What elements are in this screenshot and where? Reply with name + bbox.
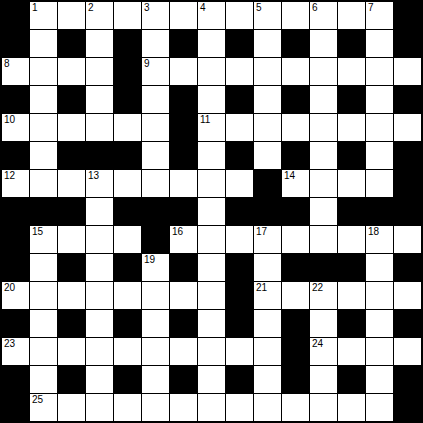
cell-3-6 bbox=[170, 86, 198, 114]
cell-10-12[interactable] bbox=[338, 282, 366, 310]
cell-5-11[interactable] bbox=[310, 142, 338, 170]
cell-14-11[interactable] bbox=[310, 394, 338, 422]
cell-13-3[interactable] bbox=[86, 366, 114, 394]
cell-2-3[interactable] bbox=[86, 58, 114, 86]
cell-2-6[interactable] bbox=[170, 58, 198, 86]
cell-13-12 bbox=[338, 366, 366, 394]
cell-9-1[interactable] bbox=[30, 254, 58, 282]
cell-8-1[interactable]: 15 bbox=[30, 226, 58, 254]
cell-0-11[interactable]: 6 bbox=[310, 2, 338, 30]
cell-7-14 bbox=[394, 198, 422, 226]
cell-4-2[interactable] bbox=[58, 114, 86, 142]
cell-5-1[interactable] bbox=[30, 142, 58, 170]
cell-10-8 bbox=[226, 282, 254, 310]
cell-9-14 bbox=[394, 254, 422, 282]
cell-4-11[interactable] bbox=[310, 114, 338, 142]
clue-number: 25 bbox=[32, 394, 43, 405]
cell-4-0[interactable]: 10 bbox=[2, 114, 30, 142]
cell-8-12[interactable] bbox=[338, 226, 366, 254]
clue-number: 10 bbox=[4, 114, 15, 125]
cell-10-13[interactable] bbox=[366, 282, 394, 310]
cell-6-8[interactable] bbox=[226, 170, 254, 198]
cell-9-10 bbox=[282, 254, 310, 282]
clue-number: 22 bbox=[312, 282, 323, 293]
cell-14-14 bbox=[394, 394, 422, 422]
clue-number: 6 bbox=[312, 2, 318, 13]
cell-4-10[interactable] bbox=[282, 114, 310, 142]
cell-5-5[interactable] bbox=[142, 142, 170, 170]
cell-4-4[interactable] bbox=[114, 114, 142, 142]
clue-number: 21 bbox=[256, 282, 267, 293]
cell-2-12[interactable] bbox=[338, 58, 366, 86]
cell-11-13[interactable] bbox=[366, 310, 394, 338]
cell-14-7[interactable] bbox=[198, 394, 226, 422]
cell-0-10[interactable] bbox=[282, 2, 310, 30]
cell-9-9[interactable] bbox=[254, 254, 282, 282]
cell-13-10 bbox=[282, 366, 310, 394]
cell-7-2 bbox=[58, 198, 86, 226]
clue-number: 12 bbox=[4, 170, 15, 181]
cell-10-11[interactable]: 22 bbox=[310, 282, 338, 310]
cell-1-11[interactable] bbox=[310, 30, 338, 58]
cell-2-8[interactable] bbox=[226, 58, 254, 86]
cell-13-4 bbox=[114, 366, 142, 394]
cell-5-2 bbox=[58, 142, 86, 170]
cell-9-11 bbox=[310, 254, 338, 282]
cell-7-7[interactable] bbox=[198, 198, 226, 226]
clue-number: 24 bbox=[312, 338, 323, 349]
cell-13-7[interactable] bbox=[198, 366, 226, 394]
cell-12-2[interactable] bbox=[58, 338, 86, 366]
cell-6-9 bbox=[254, 170, 282, 198]
cell-5-9[interactable] bbox=[254, 142, 282, 170]
cell-4-3[interactable] bbox=[86, 114, 114, 142]
cell-2-2[interactable] bbox=[58, 58, 86, 86]
cell-1-3[interactable] bbox=[86, 30, 114, 58]
cell-2-1[interactable] bbox=[30, 58, 58, 86]
cell-3-13[interactable] bbox=[366, 86, 394, 114]
cell-1-4 bbox=[114, 30, 142, 58]
cell-14-1[interactable]: 25 bbox=[30, 394, 58, 422]
cell-0-13[interactable]: 7 bbox=[366, 2, 394, 30]
cell-11-8 bbox=[226, 310, 254, 338]
cell-3-2 bbox=[58, 86, 86, 114]
cell-2-10[interactable] bbox=[282, 58, 310, 86]
cell-14-2[interactable] bbox=[58, 394, 86, 422]
cell-6-11[interactable] bbox=[310, 170, 338, 198]
cell-10-2[interactable] bbox=[58, 282, 86, 310]
cell-6-3[interactable]: 13 bbox=[86, 170, 114, 198]
cell-2-0[interactable]: 8 bbox=[2, 58, 30, 86]
cell-3-5[interactable] bbox=[142, 86, 170, 114]
cell-0-14 bbox=[394, 2, 422, 30]
cell-14-6[interactable] bbox=[170, 394, 198, 422]
cell-8-5 bbox=[142, 226, 170, 254]
cell-14-0 bbox=[2, 394, 30, 422]
cell-3-14 bbox=[394, 86, 422, 114]
cell-8-14[interactable] bbox=[394, 226, 422, 254]
cell-7-4 bbox=[114, 198, 142, 226]
cell-4-14[interactable] bbox=[394, 114, 422, 142]
cell-12-1[interactable] bbox=[30, 338, 58, 366]
cell-11-0 bbox=[2, 310, 30, 338]
cell-0-7[interactable]: 4 bbox=[198, 2, 226, 30]
cell-14-4[interactable] bbox=[114, 394, 142, 422]
cell-11-14 bbox=[394, 310, 422, 338]
cell-10-9[interactable]: 21 bbox=[254, 282, 282, 310]
cell-5-13[interactable] bbox=[366, 142, 394, 170]
cell-8-4[interactable] bbox=[114, 226, 142, 254]
cell-11-11[interactable] bbox=[310, 310, 338, 338]
cell-1-7[interactable] bbox=[198, 30, 226, 58]
clue-number: 1 bbox=[32, 2, 38, 13]
cell-14-10[interactable] bbox=[282, 394, 310, 422]
cell-4-6 bbox=[170, 114, 198, 142]
clue-number: 20 bbox=[4, 282, 15, 293]
cell-0-8[interactable] bbox=[226, 2, 254, 30]
cell-7-12 bbox=[338, 198, 366, 226]
cell-3-11[interactable] bbox=[310, 86, 338, 114]
clue-number: 16 bbox=[172, 226, 183, 237]
cell-4-5[interactable] bbox=[142, 114, 170, 142]
cell-7-9 bbox=[254, 198, 282, 226]
cell-12-13[interactable] bbox=[366, 338, 394, 366]
cell-1-5[interactable] bbox=[142, 30, 170, 58]
clue-number: 17 bbox=[256, 226, 267, 237]
cell-11-3[interactable] bbox=[86, 310, 114, 338]
cell-7-3[interactable] bbox=[86, 198, 114, 226]
cell-14-3[interactable] bbox=[86, 394, 114, 422]
cell-12-5[interactable] bbox=[142, 338, 170, 366]
cell-0-1[interactable]: 1 bbox=[30, 2, 58, 30]
clue-number: 7 bbox=[368, 2, 374, 13]
crossword-puzzle: 1234567891011121314151617181920212223242… bbox=[0, 0, 423, 423]
clue-number: 18 bbox=[368, 226, 379, 237]
cell-6-6[interactable] bbox=[170, 170, 198, 198]
cell-6-13[interactable] bbox=[366, 170, 394, 198]
cell-13-6 bbox=[170, 366, 198, 394]
cell-11-6 bbox=[170, 310, 198, 338]
cell-8-11[interactable] bbox=[310, 226, 338, 254]
cell-11-10 bbox=[282, 310, 310, 338]
cell-10-1[interactable] bbox=[30, 282, 58, 310]
cell-3-1[interactable] bbox=[30, 86, 58, 114]
cell-0-3[interactable]: 2 bbox=[86, 2, 114, 30]
cell-8-7[interactable] bbox=[198, 226, 226, 254]
cell-6-0[interactable]: 12 bbox=[2, 170, 30, 198]
cell-4-13[interactable] bbox=[366, 114, 394, 142]
cell-0-4[interactable] bbox=[114, 2, 142, 30]
cell-8-8[interactable] bbox=[226, 226, 254, 254]
cell-12-12[interactable] bbox=[338, 338, 366, 366]
cell-1-13[interactable] bbox=[366, 30, 394, 58]
cell-1-10 bbox=[282, 30, 310, 58]
cell-12-9[interactable] bbox=[254, 338, 282, 366]
cell-8-9[interactable]: 17 bbox=[254, 226, 282, 254]
cell-3-4 bbox=[114, 86, 142, 114]
clue-number: 19 bbox=[144, 254, 155, 265]
cell-12-4[interactable] bbox=[114, 338, 142, 366]
cell-11-1[interactable] bbox=[30, 310, 58, 338]
cell-5-0 bbox=[2, 142, 30, 170]
cell-3-0 bbox=[2, 86, 30, 114]
cell-8-10[interactable] bbox=[282, 226, 310, 254]
cell-8-0 bbox=[2, 226, 30, 254]
cell-12-0[interactable]: 23 bbox=[2, 338, 30, 366]
cell-13-8 bbox=[226, 366, 254, 394]
cell-7-8 bbox=[226, 198, 254, 226]
cell-13-14 bbox=[394, 366, 422, 394]
cell-13-5[interactable] bbox=[142, 366, 170, 394]
cell-10-14[interactable] bbox=[394, 282, 422, 310]
clue-number: 8 bbox=[4, 58, 10, 69]
clue-number: 14 bbox=[284, 170, 295, 181]
cell-9-0 bbox=[2, 254, 30, 282]
cell-0-9[interactable]: 5 bbox=[254, 2, 282, 30]
clue-number: 11 bbox=[200, 114, 210, 125]
cell-1-14 bbox=[394, 30, 422, 58]
cell-3-8 bbox=[226, 86, 254, 114]
cell-9-3[interactable] bbox=[86, 254, 114, 282]
cell-11-7[interactable] bbox=[198, 310, 226, 338]
cell-8-3[interactable] bbox=[86, 226, 114, 254]
cell-9-5[interactable]: 19 bbox=[142, 254, 170, 282]
cell-8-13[interactable]: 18 bbox=[366, 226, 394, 254]
cell-6-14 bbox=[394, 170, 422, 198]
cell-1-2 bbox=[58, 30, 86, 58]
cell-13-9[interactable] bbox=[254, 366, 282, 394]
cell-8-6[interactable]: 16 bbox=[170, 226, 198, 254]
cell-9-12 bbox=[338, 254, 366, 282]
cell-6-12[interactable] bbox=[338, 170, 366, 198]
cell-4-7[interactable]: 11 bbox=[198, 114, 226, 142]
cell-5-4 bbox=[114, 142, 142, 170]
cell-11-4 bbox=[114, 310, 142, 338]
cell-14-12[interactable] bbox=[338, 394, 366, 422]
cell-7-6 bbox=[170, 198, 198, 226]
cell-9-7[interactable] bbox=[198, 254, 226, 282]
cell-2-11[interactable] bbox=[310, 58, 338, 86]
cell-1-6 bbox=[170, 30, 198, 58]
cell-7-0 bbox=[2, 198, 30, 226]
cell-10-5[interactable] bbox=[142, 282, 170, 310]
cell-9-6 bbox=[170, 254, 198, 282]
cell-7-1 bbox=[30, 198, 58, 226]
cell-13-1[interactable] bbox=[30, 366, 58, 394]
cell-4-12[interactable] bbox=[338, 114, 366, 142]
cell-2-14[interactable] bbox=[394, 58, 422, 86]
cell-2-13[interactable] bbox=[366, 58, 394, 86]
cell-0-12[interactable] bbox=[338, 2, 366, 30]
cell-1-8 bbox=[226, 30, 254, 58]
cell-4-8[interactable] bbox=[226, 114, 254, 142]
cell-10-6[interactable] bbox=[170, 282, 198, 310]
cell-2-5[interactable]: 9 bbox=[142, 58, 170, 86]
clue-number: 23 bbox=[4, 338, 15, 349]
cell-5-6 bbox=[170, 142, 198, 170]
cell-5-14 bbox=[394, 142, 422, 170]
cell-6-1[interactable] bbox=[30, 170, 58, 198]
cell-7-5 bbox=[142, 198, 170, 226]
cell-0-2[interactable] bbox=[58, 2, 86, 30]
cell-5-7[interactable] bbox=[198, 142, 226, 170]
cell-2-9[interactable] bbox=[254, 58, 282, 86]
cell-12-10 bbox=[282, 338, 310, 366]
clue-number: 2 bbox=[88, 2, 94, 13]
cell-2-7[interactable] bbox=[198, 58, 226, 86]
cell-11-2 bbox=[58, 310, 86, 338]
cell-3-9[interactable] bbox=[254, 86, 282, 114]
cell-3-7[interactable] bbox=[198, 86, 226, 114]
cell-13-0 bbox=[2, 366, 30, 394]
cell-7-10 bbox=[282, 198, 310, 226]
clue-number: 3 bbox=[144, 2, 150, 13]
cell-4-9[interactable] bbox=[254, 114, 282, 142]
cell-12-11[interactable]: 24 bbox=[310, 338, 338, 366]
crossword-board: 1234567891011121314151617181920212223242… bbox=[0, 0, 422, 422]
cell-7-11[interactable] bbox=[310, 198, 338, 226]
cell-13-11[interactable] bbox=[310, 366, 338, 394]
cell-5-12 bbox=[338, 142, 366, 170]
cell-9-4 bbox=[114, 254, 142, 282]
cell-11-9[interactable] bbox=[254, 310, 282, 338]
cell-3-3[interactable] bbox=[86, 86, 114, 114]
cell-11-12 bbox=[338, 310, 366, 338]
clue-number: 5 bbox=[256, 2, 262, 13]
cell-1-9[interactable] bbox=[254, 30, 282, 58]
cell-14-8[interactable] bbox=[226, 394, 254, 422]
cell-3-12 bbox=[338, 86, 366, 114]
cell-7-13 bbox=[366, 198, 394, 226]
cell-6-4[interactable] bbox=[114, 170, 142, 198]
cell-12-14[interactable] bbox=[394, 338, 422, 366]
cell-1-1[interactable] bbox=[30, 30, 58, 58]
cell-14-13[interactable] bbox=[366, 394, 394, 422]
cell-10-3[interactable] bbox=[86, 282, 114, 310]
cell-1-0 bbox=[2, 30, 30, 58]
cell-10-10[interactable] bbox=[282, 282, 310, 310]
cell-13-2 bbox=[58, 366, 86, 394]
cell-8-2[interactable] bbox=[58, 226, 86, 254]
cell-12-3[interactable] bbox=[86, 338, 114, 366]
cell-12-8[interactable] bbox=[226, 338, 254, 366]
cell-0-0 bbox=[2, 2, 30, 30]
cell-10-7[interactable] bbox=[198, 282, 226, 310]
clue-number: 9 bbox=[144, 58, 150, 69]
clue-number: 4 bbox=[200, 2, 206, 13]
cell-0-5[interactable]: 3 bbox=[142, 2, 170, 30]
cell-13-13[interactable] bbox=[366, 366, 394, 394]
clue-number: 15 bbox=[32, 226, 43, 237]
cell-3-10 bbox=[282, 86, 310, 114]
cell-6-2[interactable] bbox=[58, 170, 86, 198]
cell-12-6[interactable] bbox=[170, 338, 198, 366]
cell-9-8 bbox=[226, 254, 254, 282]
cell-1-12 bbox=[338, 30, 366, 58]
cell-14-5[interactable] bbox=[142, 394, 170, 422]
cell-10-4[interactable] bbox=[114, 282, 142, 310]
cell-5-3 bbox=[86, 142, 114, 170]
cell-10-0[interactable]: 20 bbox=[2, 282, 30, 310]
cell-6-5[interactable] bbox=[142, 170, 170, 198]
cell-0-6[interactable] bbox=[170, 2, 198, 30]
cell-9-13[interactable] bbox=[366, 254, 394, 282]
cell-4-1[interactable] bbox=[30, 114, 58, 142]
cell-11-5[interactable] bbox=[142, 310, 170, 338]
cell-14-9[interactable] bbox=[254, 394, 282, 422]
cell-6-7[interactable] bbox=[198, 170, 226, 198]
cell-5-8 bbox=[226, 142, 254, 170]
cell-2-4 bbox=[114, 58, 142, 86]
cell-12-7[interactable] bbox=[198, 338, 226, 366]
cell-9-2 bbox=[58, 254, 86, 282]
cell-6-10[interactable]: 14 bbox=[282, 170, 310, 198]
clue-number: 13 bbox=[88, 170, 99, 181]
cell-5-10 bbox=[282, 142, 310, 170]
